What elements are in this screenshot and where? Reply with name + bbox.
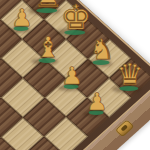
- chess-set-photo: ♜♟♚♝♞♟♛♟: [0, 0, 150, 150]
- brass-latch-icon: [115, 119, 135, 137]
- chess-board: [0, 0, 150, 150]
- latch-keyhole: [120, 124, 128, 131]
